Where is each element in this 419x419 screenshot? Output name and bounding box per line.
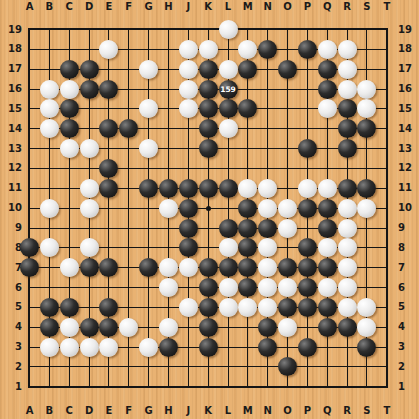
row-label-5: 5 (2, 302, 22, 312)
white-stone-H6 (159, 278, 178, 297)
black-stone-P5 (298, 298, 317, 317)
column-label-C: C (59, 2, 79, 12)
black-stone-K16 (199, 80, 218, 99)
row-label-6: 6 (398, 283, 418, 293)
white-stone-N5 (258, 298, 277, 317)
black-stone-N9 (258, 219, 277, 238)
column-label-C: C (59, 406, 79, 416)
white-stone-D11 (80, 179, 99, 198)
column-label-D: D (79, 406, 99, 416)
column-label-E: E (99, 406, 119, 416)
black-stone-R13 (338, 139, 357, 158)
row-label-19: 19 (2, 25, 22, 35)
white-stone-R6 (338, 278, 357, 297)
black-stone-L7 (219, 258, 238, 277)
white-stone-R7 (338, 258, 357, 277)
row-label-13: 13 (398, 144, 418, 154)
column-label-E: E (99, 2, 119, 12)
black-stone-C14 (60, 119, 79, 138)
white-stone-J17 (179, 60, 198, 79)
black-stone-Q10 (318, 199, 337, 218)
black-stone-M10 (238, 199, 257, 218)
white-stone-L8 (219, 238, 238, 257)
column-label-Q: Q (317, 406, 337, 416)
black-stone-N3 (258, 338, 277, 357)
white-stone-B16 (40, 80, 59, 99)
go-board[interactable]: AABBCCDDEEFFGGHHJJKKLLMMNNOOPPQQRRSSTT19… (0, 0, 419, 419)
black-stone-R15 (338, 99, 357, 118)
column-label-B: B (39, 2, 59, 12)
column-label-N: N (258, 406, 278, 416)
row-label-10: 10 (2, 203, 22, 213)
column-label-R: R (337, 406, 357, 416)
row-label-15: 15 (2, 104, 22, 114)
white-stone-R5 (338, 298, 357, 317)
black-stone-K3 (199, 338, 218, 357)
row-label-15: 15 (398, 104, 418, 114)
black-stone-Q16 (318, 80, 337, 99)
white-stone-D10 (80, 199, 99, 218)
white-stone-E3 (99, 338, 118, 357)
row-label-17: 17 (2, 64, 22, 74)
row-label-14: 14 (2, 124, 22, 134)
white-stone-Q6 (318, 278, 337, 297)
white-stone-S16 (357, 80, 376, 99)
column-label-S: S (357, 406, 377, 416)
column-label-G: G (139, 406, 159, 416)
column-label-O: O (278, 406, 298, 416)
black-stone-R14 (338, 119, 357, 138)
white-stone-O9 (278, 219, 297, 238)
column-label-Q: Q (317, 2, 337, 12)
white-stone-B10 (40, 199, 59, 218)
white-stone-R17 (338, 60, 357, 79)
black-stone-Q7 (318, 258, 337, 277)
white-stone-K18 (199, 40, 218, 59)
black-stone-N18 (258, 40, 277, 59)
white-stone-P11 (298, 179, 317, 198)
black-stone-K4 (199, 318, 218, 337)
black-stone-K11 (199, 179, 218, 198)
star-point-K10 (206, 206, 211, 211)
column-label-G: G (139, 2, 159, 12)
row-label-3: 3 (2, 342, 22, 352)
white-stone-C4 (60, 318, 79, 337)
white-stone-D8 (80, 238, 99, 257)
white-stone-B3 (40, 338, 59, 357)
column-label-M: M (238, 406, 258, 416)
black-stone-P18 (298, 40, 317, 59)
black-stone-J10 (179, 199, 198, 218)
white-stone-N11 (258, 179, 277, 198)
row-label-5: 5 (398, 302, 418, 312)
black-stone-N4 (258, 318, 277, 337)
black-stone-R11 (338, 179, 357, 198)
black-stone-K17 (199, 60, 218, 79)
column-label-N: N (258, 2, 278, 12)
black-stone-H11 (159, 179, 178, 198)
black-stone-G11 (139, 179, 158, 198)
white-stone-R9 (338, 219, 357, 238)
row-label-14: 14 (398, 124, 418, 134)
row-label-11: 11 (398, 183, 418, 193)
column-label-H: H (158, 406, 178, 416)
black-stone-M9 (238, 219, 257, 238)
white-stone-H10 (159, 199, 178, 218)
black-stone-K13 (199, 139, 218, 158)
white-stone-H7 (159, 258, 178, 277)
white-stone-L5 (219, 298, 238, 317)
row-label-7: 7 (2, 263, 22, 273)
row-label-13: 13 (2, 144, 22, 154)
column-label-K: K (198, 406, 218, 416)
black-stone-D17 (80, 60, 99, 79)
black-stone-K7 (199, 258, 218, 277)
white-stone-Q8 (318, 238, 337, 257)
white-stone-O6 (278, 278, 297, 297)
white-stone-R10 (338, 199, 357, 218)
black-stone-D4 (80, 318, 99, 337)
white-stone-O10 (278, 199, 297, 218)
row-label-12: 12 (398, 163, 418, 173)
row-label-4: 4 (2, 322, 22, 332)
white-stone-G17 (139, 60, 158, 79)
black-stone-R4 (338, 318, 357, 337)
black-stone-S3 (357, 338, 376, 357)
black-stone-P13 (298, 139, 317, 158)
black-stone-J9 (179, 219, 198, 238)
column-label-P: P (297, 2, 317, 12)
row-label-8: 8 (2, 243, 22, 253)
white-stone-C7 (60, 258, 79, 277)
column-label-A: A (20, 406, 40, 416)
white-stone-J16 (179, 80, 198, 99)
black-stone-Q9 (318, 219, 337, 238)
white-stone-C13 (60, 139, 79, 158)
row-label-1: 1 (398, 382, 418, 392)
white-stone-R8 (338, 238, 357, 257)
white-stone-H4 (159, 318, 178, 337)
white-stone-J7 (179, 258, 198, 277)
column-label-O: O (278, 2, 298, 12)
white-stone-C16 (60, 80, 79, 99)
column-label-F: F (119, 406, 139, 416)
white-stone-N10 (258, 199, 277, 218)
black-stone-L9 (219, 219, 238, 238)
black-stone-B4 (40, 318, 59, 337)
column-label-P: P (297, 406, 317, 416)
row-label-8: 8 (398, 243, 418, 253)
row-label-18: 18 (398, 44, 418, 54)
row-label-4: 4 (398, 322, 418, 332)
row-label-3: 3 (398, 342, 418, 352)
row-label-2: 2 (398, 362, 418, 372)
black-stone-C15 (60, 99, 79, 118)
row-label-7: 7 (398, 263, 418, 273)
row-label-18: 18 (2, 44, 22, 54)
column-label-H: H (158, 2, 178, 12)
black-stone-E16 (99, 80, 118, 99)
column-label-R: R (337, 2, 357, 12)
row-label-9: 9 (2, 223, 22, 233)
column-label-L: L (218, 406, 238, 416)
white-stone-O4 (278, 318, 297, 337)
black-stone-K14 (199, 119, 218, 138)
black-stone-K6 (199, 278, 218, 297)
row-label-9: 9 (398, 223, 418, 233)
black-stone-P3 (298, 338, 317, 357)
black-stone-K15 (199, 99, 218, 118)
column-label-J: J (178, 2, 198, 12)
white-stone-L19 (219, 20, 238, 39)
white-stone-J5 (179, 298, 198, 317)
black-stone-D7 (80, 258, 99, 277)
white-stone-R18 (338, 40, 357, 59)
black-stone-C5 (60, 298, 79, 317)
row-label-10: 10 (398, 203, 418, 213)
row-label-6: 6 (2, 283, 22, 293)
black-stone-J8 (179, 238, 198, 257)
row-label-2: 2 (2, 362, 22, 372)
row-label-12: 12 (2, 163, 22, 173)
black-stone-J11 (179, 179, 198, 198)
black-stone-Q5 (318, 298, 337, 317)
row-label-16: 16 (2, 84, 22, 94)
black-stone-Q4 (318, 318, 337, 337)
white-stone-Q11 (318, 179, 337, 198)
row-label-11: 11 (2, 183, 22, 193)
column-label-T: T (377, 2, 397, 12)
white-stone-L14 (219, 119, 238, 138)
white-stone-L17 (219, 60, 238, 79)
column-label-F: F (119, 2, 139, 12)
white-stone-G3 (139, 338, 158, 357)
column-label-K: K (198, 2, 218, 12)
column-label-S: S (357, 2, 377, 12)
black-stone-P7 (298, 258, 317, 277)
column-label-L: L (218, 2, 238, 12)
black-stone-K5 (199, 298, 218, 317)
black-stone-P10 (298, 199, 317, 218)
move-number-label: 159 (219, 80, 238, 99)
black-stone-M17 (238, 60, 257, 79)
black-stone-C17 (60, 60, 79, 79)
white-stone-B14 (40, 119, 59, 138)
column-label-J: J (178, 406, 198, 416)
row-label-16: 16 (398, 84, 418, 94)
black-stone-O5 (278, 298, 297, 317)
column-label-D: D (79, 2, 99, 12)
black-stone-B5 (40, 298, 59, 317)
white-stone-L6 (219, 278, 238, 297)
row-label-1: 1 (2, 382, 22, 392)
white-stone-R16 (338, 80, 357, 99)
white-stone-J18 (179, 40, 198, 59)
white-stone-C3 (60, 338, 79, 357)
black-stone-H3 (159, 338, 178, 357)
black-stone-L15 (219, 99, 238, 118)
white-stone-S10 (357, 199, 376, 218)
black-stone-P6 (298, 278, 317, 297)
black-stone-O17 (278, 60, 297, 79)
column-label-T: T (377, 406, 397, 416)
black-stone-D16 (80, 80, 99, 99)
black-stone-L16: 159 (219, 80, 238, 99)
white-stone-Q18 (318, 40, 337, 59)
white-stone-D13 (80, 139, 99, 158)
black-stone-Q17 (318, 60, 337, 79)
white-stone-D3 (80, 338, 99, 357)
white-stone-M11 (238, 179, 257, 198)
black-stone-L11 (219, 179, 238, 198)
row-label-17: 17 (398, 64, 418, 74)
column-label-A: A (20, 2, 40, 12)
column-label-B: B (39, 406, 59, 416)
row-label-19: 19 (398, 25, 418, 35)
column-label-M: M (238, 2, 258, 12)
white-stone-F4 (119, 318, 138, 337)
